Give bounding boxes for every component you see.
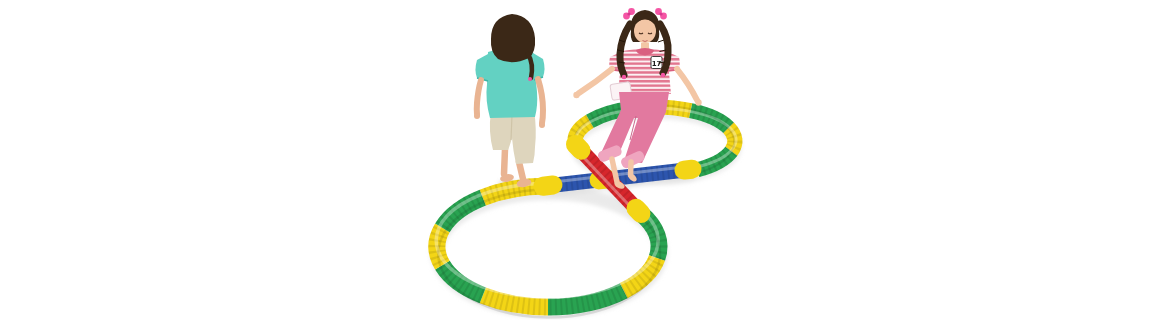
braid-tie — [661, 73, 665, 77]
child-right-right-arm — [677, 69, 697, 100]
shirt-left-sleeve — [476, 54, 489, 81]
child-right-left-arm — [579, 69, 612, 93]
connector — [543, 185, 553, 186]
balance-path-scene: 17 — [0, 0, 1170, 320]
child-right-right-hand — [695, 99, 701, 105]
child-left-left-hand — [474, 113, 480, 119]
child-left-back-leg — [504, 149, 505, 174]
child-left-left-arm — [477, 80, 481, 114]
shirt-right-sleeve — [533, 53, 545, 80]
shirt-badge-number: 17 — [652, 60, 662, 68]
child-left-right-hand — [539, 122, 545, 128]
child-right-face — [634, 19, 656, 43]
product-photo: 17 — [0, 0, 1170, 320]
connector — [636, 208, 641, 213]
child-right-left-hand — [573, 92, 579, 98]
child-left-front-leg — [519, 162, 523, 179]
child-left-right-arm — [538, 79, 543, 123]
braid-tie — [622, 75, 626, 79]
child-left-shorts — [490, 110, 536, 164]
braid-tie — [528, 77, 532, 81]
connector — [684, 169, 692, 170]
connector — [576, 145, 582, 151]
child-left — [474, 14, 545, 188]
child-right-back-ankle — [631, 162, 632, 175]
